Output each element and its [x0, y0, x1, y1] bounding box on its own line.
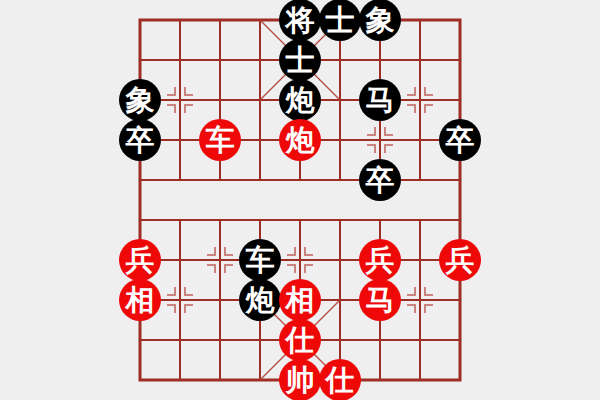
piece-black-elephant[interactable]: 象 [119, 79, 161, 121]
piece-black-chariot[interactable]: 车 [239, 239, 281, 281]
board-point[interactable] [440, 320, 480, 360]
piece-red-pawn[interactable]: 兵 [439, 239, 481, 281]
board-point[interactable] [240, 40, 280, 80]
board-point[interactable] [120, 360, 160, 400]
board-point[interactable] [240, 320, 280, 360]
board-point[interactable] [280, 160, 320, 200]
board-point[interactable] [120, 40, 160, 80]
board-point[interactable] [200, 40, 240, 80]
board-point[interactable] [400, 360, 440, 400]
piece-red-general[interactable]: 帅 [279, 359, 321, 400]
board-point[interactable] [200, 0, 240, 40]
piece-black-cannon[interactable]: 炮 [279, 79, 321, 121]
piece-black-cannon[interactable]: 炮 [239, 279, 281, 321]
board-point[interactable] [240, 360, 280, 400]
board-point[interactable] [240, 0, 280, 40]
board-point[interactable] [120, 0, 160, 40]
board-point[interactable] [160, 0, 200, 40]
board-point[interactable] [240, 120, 280, 160]
board-point[interactable] [200, 200, 240, 240]
board-point[interactable] [160, 160, 200, 200]
board-point[interactable] [200, 240, 240, 280]
board-point[interactable] [360, 40, 400, 80]
board-point[interactable] [280, 200, 320, 240]
board-point[interactable] [160, 120, 200, 160]
piece-red-chariot[interactable]: 车 [199, 119, 241, 161]
piece-red-advisor[interactable]: 仕 [279, 319, 321, 361]
board-point[interactable] [440, 360, 480, 400]
piece-red-advisor[interactable]: 仕 [319, 359, 361, 400]
board-point[interactable] [280, 240, 320, 280]
board-point[interactable] [440, 40, 480, 80]
piece-black-pawn[interactable]: 卒 [439, 119, 481, 161]
board-point[interactable] [360, 120, 400, 160]
board-point[interactable] [360, 200, 400, 240]
piece-red-elephant[interactable]: 相 [279, 279, 321, 321]
piece-black-horse[interactable]: 马 [359, 79, 401, 121]
board-point[interactable] [240, 200, 280, 240]
board-point[interactable] [120, 200, 160, 240]
xiangqi-board[interactable]: 将士象士象炮马卒卒卒车炮车炮兵兵兵相相马仕帅仕 [120, 0, 480, 400]
board-point[interactable] [160, 80, 200, 120]
piece-black-pawn[interactable]: 卒 [359, 159, 401, 201]
board-point[interactable] [400, 200, 440, 240]
board-point[interactable] [240, 80, 280, 120]
board-point[interactable] [400, 40, 440, 80]
board-point[interactable] [400, 80, 440, 120]
board-point[interactable] [400, 0, 440, 40]
board-point[interactable] [360, 320, 400, 360]
board-point[interactable] [240, 160, 280, 200]
board-point[interactable] [440, 0, 480, 40]
board-point[interactable] [160, 200, 200, 240]
piece-red-pawn[interactable]: 兵 [359, 239, 401, 281]
board-point[interactable] [320, 320, 360, 360]
board-point[interactable] [320, 80, 360, 120]
board-point[interactable] [200, 360, 240, 400]
board-point[interactable] [400, 280, 440, 320]
piece-black-elephant[interactable]: 象 [359, 0, 401, 41]
board-point[interactable] [160, 280, 200, 320]
piece-black-general[interactable]: 将 [279, 0, 321, 41]
piece-black-pawn[interactable]: 卒 [119, 119, 161, 161]
board-point[interactable] [320, 120, 360, 160]
board-point[interactable] [120, 160, 160, 200]
board-point[interactable] [320, 40, 360, 80]
board-point[interactable] [160, 320, 200, 360]
piece-black-advisor[interactable]: 士 [279, 39, 321, 81]
board-point[interactable] [400, 320, 440, 360]
board-point[interactable] [320, 200, 360, 240]
piece-red-elephant[interactable]: 相 [119, 279, 161, 321]
piece-red-pawn[interactable]: 兵 [119, 239, 161, 281]
board-point[interactable] [320, 280, 360, 320]
piece-red-cannon[interactable]: 炮 [279, 119, 321, 161]
xiangqi-board-screen: 将士象士象炮马卒卒卒车炮车炮兵兵兵相相马仕帅仕 [0, 0, 600, 400]
board-point[interactable] [200, 320, 240, 360]
board-point[interactable] [200, 280, 240, 320]
board-point[interactable] [400, 160, 440, 200]
board-point[interactable] [200, 160, 240, 200]
board-point[interactable] [160, 240, 200, 280]
board-point[interactable] [440, 280, 480, 320]
board-point[interactable] [320, 240, 360, 280]
board-point[interactable] [440, 200, 480, 240]
board-point[interactable] [440, 160, 480, 200]
board-point[interactable] [400, 120, 440, 160]
piece-red-horse[interactable]: 马 [359, 279, 401, 321]
board-point[interactable] [160, 40, 200, 80]
board-point[interactable] [360, 360, 400, 400]
board-point[interactable] [400, 240, 440, 280]
board-point[interactable] [440, 80, 480, 120]
board-point[interactable] [120, 320, 160, 360]
board-point[interactable] [200, 80, 240, 120]
board-point[interactable] [320, 160, 360, 200]
board-point[interactable] [160, 360, 200, 400]
piece-black-advisor[interactable]: 士 [319, 0, 361, 41]
